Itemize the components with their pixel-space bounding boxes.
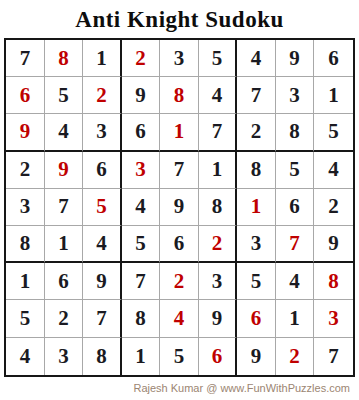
cell-r2c7[interactable]: 7 bbox=[237, 77, 276, 114]
cell-r7c3[interactable]: 9 bbox=[83, 263, 122, 300]
puzzle-title: Anti Knight Sudoku bbox=[0, 7, 359, 33]
cell-r8c8[interactable]: 1 bbox=[276, 300, 315, 337]
cell-r7c6[interactable]: 3 bbox=[199, 263, 238, 300]
cell-r1c6[interactable]: 5 bbox=[199, 40, 238, 77]
cell-r4c8[interactable]: 5 bbox=[276, 152, 315, 189]
cell-r3c9[interactable]: 5 bbox=[314, 114, 353, 151]
cell-r5c6[interactable]: 8 bbox=[199, 189, 238, 226]
cell-r8c5[interactable]: 4 bbox=[160, 300, 199, 337]
cell-r2c8[interactable]: 3 bbox=[276, 77, 315, 114]
cell-r2c1[interactable]: 6 bbox=[6, 77, 45, 114]
cell-r4c4[interactable]: 3 bbox=[122, 152, 161, 189]
cell-r5c1[interactable]: 3 bbox=[6, 189, 45, 226]
cell-r3c8[interactable]: 8 bbox=[276, 114, 315, 151]
cell-r6c7[interactable]: 3 bbox=[237, 226, 276, 263]
cell-r6c1[interactable]: 8 bbox=[6, 226, 45, 263]
cell-r2c5[interactable]: 8 bbox=[160, 77, 199, 114]
cell-r7c8[interactable]: 4 bbox=[276, 263, 315, 300]
cell-r6c5[interactable]: 6 bbox=[160, 226, 199, 263]
cell-r1c2[interactable]: 8 bbox=[45, 40, 84, 77]
cell-r8c3[interactable]: 7 bbox=[83, 300, 122, 337]
cell-r1c7[interactable]: 4 bbox=[237, 40, 276, 77]
cell-r3c3[interactable]: 3 bbox=[83, 114, 122, 151]
cell-r5c8[interactable]: 6 bbox=[276, 189, 315, 226]
cell-r9c5[interactable]: 5 bbox=[160, 338, 199, 375]
cell-r9c8[interactable]: 2 bbox=[276, 338, 315, 375]
cell-r1c4[interactable]: 2 bbox=[122, 40, 161, 77]
cell-r8c9[interactable]: 3 bbox=[314, 300, 353, 337]
cell-r5c2[interactable]: 7 bbox=[45, 189, 84, 226]
cell-r9c2[interactable]: 3 bbox=[45, 338, 84, 375]
cell-r3c5[interactable]: 1 bbox=[160, 114, 199, 151]
credit-line: Rajesh Kumar @ www.FunWithPuzzles.com bbox=[0, 382, 359, 394]
cell-r4c6[interactable]: 1 bbox=[199, 152, 238, 189]
cell-r1c5[interactable]: 3 bbox=[160, 40, 199, 77]
cell-r4c7[interactable]: 8 bbox=[237, 152, 276, 189]
cell-r6c3[interactable]: 4 bbox=[83, 226, 122, 263]
cell-r2c9[interactable]: 1 bbox=[314, 77, 353, 114]
cell-r7c7[interactable]: 5 bbox=[237, 263, 276, 300]
cell-r3c1[interactable]: 9 bbox=[6, 114, 45, 151]
cell-r8c4[interactable]: 8 bbox=[122, 300, 161, 337]
cell-r1c9[interactable]: 6 bbox=[314, 40, 353, 77]
cell-r2c6[interactable]: 4 bbox=[199, 77, 238, 114]
cell-r8c6[interactable]: 9 bbox=[199, 300, 238, 337]
cell-r3c7[interactable]: 2 bbox=[237, 114, 276, 151]
cell-r5c4[interactable]: 4 bbox=[122, 189, 161, 226]
cell-r2c2[interactable]: 5 bbox=[45, 77, 84, 114]
cell-r9c3[interactable]: 8 bbox=[83, 338, 122, 375]
cell-r9c6[interactable]: 6 bbox=[199, 338, 238, 375]
cell-r1c3[interactable]: 1 bbox=[83, 40, 122, 77]
cell-r5c9[interactable]: 2 bbox=[314, 189, 353, 226]
cell-r4c3[interactable]: 6 bbox=[83, 152, 122, 189]
cell-r8c1[interactable]: 5 bbox=[6, 300, 45, 337]
cell-r6c9[interactable]: 9 bbox=[314, 226, 353, 263]
cell-r9c4[interactable]: 1 bbox=[122, 338, 161, 375]
cell-r7c2[interactable]: 6 bbox=[45, 263, 84, 300]
cell-r3c2[interactable]: 4 bbox=[45, 114, 84, 151]
cell-r6c2[interactable]: 1 bbox=[45, 226, 84, 263]
cell-r8c2[interactable]: 2 bbox=[45, 300, 84, 337]
cell-r5c3[interactable]: 5 bbox=[83, 189, 122, 226]
cell-r7c1[interactable]: 1 bbox=[6, 263, 45, 300]
cell-r7c9[interactable]: 8 bbox=[314, 263, 353, 300]
cell-r7c5[interactable]: 2 bbox=[160, 263, 199, 300]
cell-r6c6[interactable]: 2 bbox=[199, 226, 238, 263]
cell-r4c9[interactable]: 4 bbox=[314, 152, 353, 189]
cell-r6c4[interactable]: 5 bbox=[122, 226, 161, 263]
cell-r3c6[interactable]: 7 bbox=[199, 114, 238, 151]
cell-r7c4[interactable]: 7 bbox=[122, 263, 161, 300]
cell-r2c4[interactable]: 9 bbox=[122, 77, 161, 114]
cell-r9c1[interactable]: 4 bbox=[6, 338, 45, 375]
cell-r2c3[interactable]: 2 bbox=[83, 77, 122, 114]
cell-r5c5[interactable]: 9 bbox=[160, 189, 199, 226]
cell-r6c8[interactable]: 7 bbox=[276, 226, 315, 263]
cell-r1c1[interactable]: 7 bbox=[6, 40, 45, 77]
cell-r4c1[interactable]: 2 bbox=[6, 152, 45, 189]
cell-r4c5[interactable]: 7 bbox=[160, 152, 199, 189]
cell-r9c7[interactable]: 9 bbox=[237, 338, 276, 375]
cell-r4c2[interactable]: 9 bbox=[45, 152, 84, 189]
cell-r8c7[interactable]: 6 bbox=[237, 300, 276, 337]
cell-r3c4[interactable]: 6 bbox=[122, 114, 161, 151]
sudoku-board: 7812354966529847319436172852963718543754… bbox=[4, 38, 355, 377]
cell-r9c9[interactable]: 7 bbox=[314, 338, 353, 375]
cell-r5c7[interactable]: 1 bbox=[237, 189, 276, 226]
cell-r1c8[interactable]: 9 bbox=[276, 40, 315, 77]
